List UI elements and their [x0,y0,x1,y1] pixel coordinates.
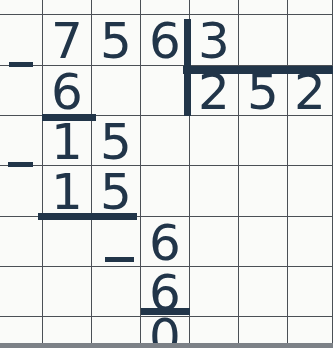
subtraction-underline-1 [42,114,96,121]
cell-r2c6 [239,15,288,66]
cell-r2c5: 3 [190,15,239,66]
digit: 7 [51,16,83,66]
cell-r5c7 [288,166,333,217]
cell-r5c1 [0,166,43,217]
minus-sign-step1 [9,62,33,67]
squared-paper-grid: 756362521515660 [0,0,333,348]
cell-r5c4 [141,166,190,217]
cell-r6c7 [288,217,333,267]
cell-r5c3: 5 [92,166,141,217]
cell-r7c7 [288,267,333,317]
cell-r6c5 [190,217,239,267]
cell-r1c6 [239,0,288,15]
digit: 5 [100,167,132,217]
digit: 5 [100,117,132,167]
cell-r4c4 [141,116,190,166]
digit: 1 [51,117,83,167]
cell-r5c5 [190,166,239,217]
digit: 3 [198,16,230,66]
digit: 2 [198,67,230,117]
digit: 5 [100,16,132,66]
digit: 6 [51,67,83,117]
cell-r7c2 [43,267,92,317]
cell-r2c1 [0,15,43,66]
bottom-gray-band [0,343,333,348]
cell-r6c4: 6 [141,217,190,267]
quotient-horizontal-bar [183,66,333,74]
minus-sign-step2 [8,162,33,167]
cell-r4c1 [0,116,43,166]
digit: 6 [149,218,181,268]
subtraction-underline-2 [38,213,137,220]
cell-r4c5 [190,116,239,166]
cell-r2c4: 6 [141,15,190,66]
digit: 5 [247,67,279,117]
cell-r2c7 [288,15,333,66]
cell-r4c7 [288,116,333,166]
minus-sign-step3 [105,257,134,262]
cell-r4c2: 1 [43,116,92,166]
cell-r4c6 [239,116,288,166]
cell-r4c3: 5 [92,116,141,166]
cell-r2c2: 7 [43,15,92,66]
cell-r5c6 [239,166,288,217]
cell-r7c1 [0,267,43,317]
cell-r3c2: 6 [43,66,92,116]
cell-r7c6 [239,267,288,317]
digit: 1 [51,167,83,217]
long-division-board: 756362521515660 [0,0,333,348]
cell-r2c3: 5 [92,15,141,66]
cell-r5c2: 1 [43,166,92,217]
cell-r7c3 [92,267,141,317]
cell-r3c3 [92,66,141,116]
cell-r6c2 [43,217,92,267]
cell-r7c5 [190,267,239,317]
cell-r6c6 [239,217,288,267]
subtraction-underline-3 [141,308,190,315]
cell-r6c1 [0,217,43,267]
cell-r1c1 [0,0,43,15]
digit: 2 [294,67,326,117]
digit: 6 [149,16,181,66]
cell-r1c7 [288,0,333,15]
cell-r3c1 [0,66,43,116]
